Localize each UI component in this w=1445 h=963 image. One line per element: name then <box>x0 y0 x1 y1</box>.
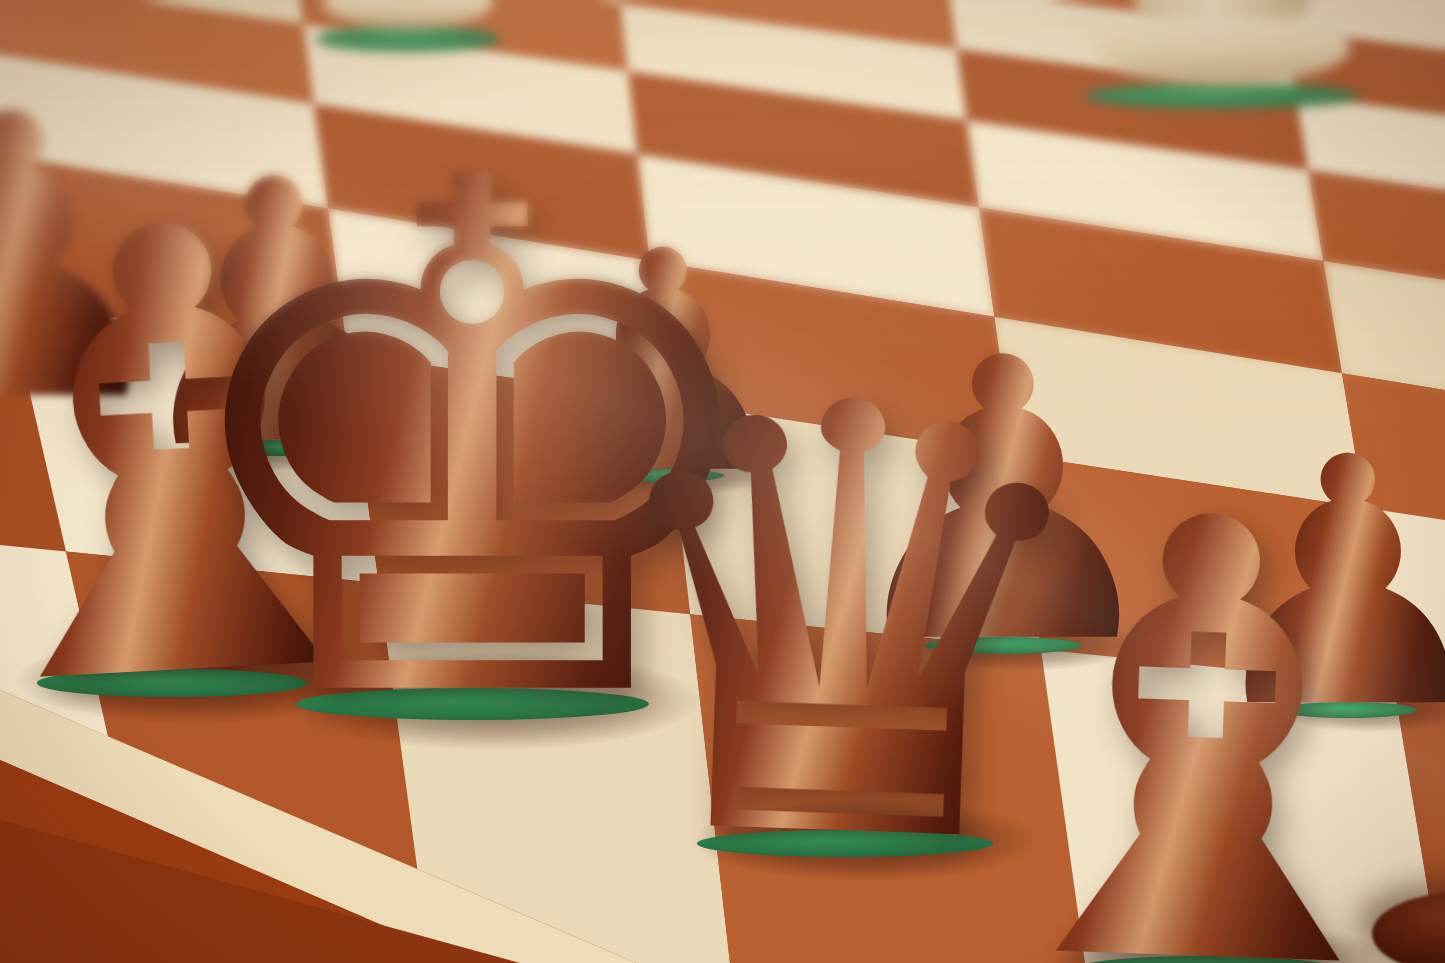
felt-base-of-white-far-right <box>1084 83 1359 109</box>
chessboard-photo-scene: ♟♝♟♚♟♛♟♝♟ <box>0 0 1445 963</box>
piece-black-bishop-c8: ♝ <box>923 433 1445 963</box>
pieces-layer: ♟♝♟♚♟♛♟♝♟ <box>0 0 1445 963</box>
piece-white-base-white-far-right <box>1095 9 1350 86</box>
piece-white-base-white-far-left <box>323 0 493 28</box>
piece-white-body-white-far-right <box>1135 0 1308 17</box>
